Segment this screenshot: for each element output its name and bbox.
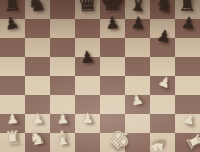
piece-white-pawn[interactable]: ♟ [56, 111, 69, 126]
piece-black-pawn[interactable]: ♟ [79, 49, 95, 66]
square-e6[interactable] [100, 38, 125, 57]
piece-white-pawn[interactable]: ♟ [5, 110, 19, 125]
square-c5[interactable] [50, 57, 75, 76]
piece-white-pawn[interactable]: ♟ [81, 111, 94, 125]
square-e3[interactable] [100, 95, 125, 114]
square-g3[interactable] [150, 95, 175, 114]
square-e4[interactable] [100, 76, 125, 95]
square-h6[interactable] [175, 38, 200, 57]
piece-white-pawn[interactable]: ♟ [30, 111, 44, 126]
piece-black-pawn[interactable]: ♟ [130, 15, 145, 31]
square-a5[interactable] [0, 57, 25, 76]
piece-black-knight[interactable]: ♞ [26, 0, 48, 16]
piece-white-knight[interactable]: ♞ [145, 137, 167, 152]
piece-white-knight[interactable]: ♞ [27, 128, 47, 149]
piece-black-pawn[interactable]: ♟ [104, 15, 119, 32]
square-e5[interactable] [100, 57, 125, 76]
square-d1[interactable] [75, 133, 100, 152]
square-b6[interactable] [25, 38, 50, 57]
square-d7[interactable] [75, 19, 100, 38]
square-c8[interactable] [50, 0, 75, 19]
square-a6[interactable] [0, 38, 25, 57]
square-f6[interactable] [125, 38, 150, 57]
piece-white-rook[interactable]: ♜ [3, 129, 21, 149]
square-c4[interactable] [50, 76, 75, 95]
piece-white-bishop[interactable]: ♝ [52, 128, 71, 149]
square-a4[interactable] [0, 76, 25, 95]
square-b7[interactable] [25, 19, 50, 38]
piece-black-pawn[interactable]: ♟ [155, 28, 172, 46]
square-f5[interactable] [125, 57, 150, 76]
piece-black-pawn[interactable]: ♟ [2, 14, 20, 33]
square-h5[interactable] [175, 57, 200, 76]
piece-black-pawn[interactable]: ♟ [180, 15, 196, 32]
piece-white-pawn[interactable]: ♟ [129, 91, 144, 107]
square-h4[interactable] [175, 76, 200, 95]
chessboard-photo: ♜♞♛♚♝♞♜♟♟♟♟♟♟♟♟♟♟♟♟♟♜♞♝♚♞♜ [0, 0, 200, 152]
square-b5[interactable] [25, 57, 50, 76]
square-d4[interactable] [75, 76, 100, 95]
square-b4[interactable] [25, 76, 50, 95]
square-c7[interactable] [50, 19, 75, 38]
square-g2[interactable] [150, 114, 175, 133]
piece-black-queen[interactable]: ♛ [74, 0, 100, 16]
square-c6[interactable] [50, 38, 75, 57]
